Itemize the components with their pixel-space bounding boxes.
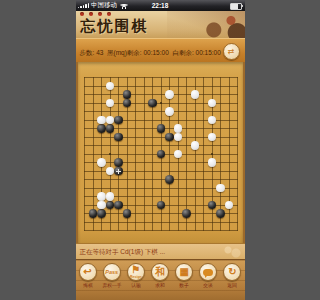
white-stone — [216, 184, 225, 193]
white-stone — [106, 99, 115, 108]
star-point — [211, 153, 213, 155]
chat-button[interactable]: 交谈 — [197, 263, 220, 300]
grid-line-v — [186, 77, 187, 231]
white-stone — [225, 201, 234, 210]
white-stone — [97, 201, 106, 210]
white-stone — [106, 116, 115, 125]
grid-line-v — [203, 77, 204, 231]
black-stone — [216, 209, 225, 218]
bottom-toolbar: ↩悔棋Pass弃权一手⚑Resign认输和求和▦数子交谈↻返回 — [76, 259, 245, 300]
white-stone — [191, 90, 200, 99]
black-stone — [114, 133, 123, 142]
status-bar: 中国移动 22:18 — [76, 0, 245, 11]
back-button[interactable]: ↻返回 — [221, 263, 244, 300]
white-stone — [208, 116, 217, 125]
white-stone — [191, 141, 200, 150]
black-stone — [97, 124, 106, 133]
grid-line-h — [84, 188, 238, 189]
variation-branch-button[interactable]: ⇄ — [223, 43, 240, 60]
app-screen: 中国移动 22:18 忘忧围棋 步数: 43 黑(mq)剩余: 00:15:00… — [76, 0, 245, 300]
pass-button[interactable]: Pass弃权一手 — [100, 263, 123, 300]
draw-he-icon: 和 — [151, 263, 169, 281]
white-stone — [208, 99, 217, 108]
moves-label: 步数: — [80, 49, 95, 56]
undo-arrow-icon: ↩ — [79, 263, 97, 281]
black-stone — [208, 201, 217, 210]
white-stone — [174, 133, 183, 142]
waiting-message: 正在等待对手 Cd(1级) 下棋 ... — [80, 248, 166, 257]
black-stone — [89, 209, 98, 218]
battery-icon — [230, 3, 242, 10]
black-stone — [123, 90, 132, 99]
black-stone — [114, 158, 123, 167]
white-stone — [106, 192, 115, 201]
resign-button[interactable]: ⚑Resign认输 — [124, 263, 147, 300]
undo-button-label: 悔棋 — [83, 282, 93, 288]
white-stone — [106, 167, 115, 176]
star-point — [109, 153, 111, 155]
draw-button-label: 求和 — [155, 282, 165, 288]
black-stone — [148, 99, 157, 108]
black-stone — [106, 124, 115, 133]
black-stone — [123, 209, 132, 218]
white-stone — [165, 90, 174, 99]
black-stone — [97, 209, 106, 218]
white-stone — [106, 82, 115, 91]
black-stone — [114, 201, 123, 210]
pass-button-label: 弃权一手 — [102, 282, 121, 288]
black-stone — [157, 124, 166, 133]
go-board[interactable] — [76, 62, 245, 243]
white-stone — [174, 124, 183, 133]
black-stone — [182, 209, 191, 218]
turn-status-bar: 正在等待对手 Cd(1级) 下棋 ... — [76, 243, 245, 260]
status-clock: 22:18 — [76, 2, 245, 9]
resign-flag-icon: ⚑Resign — [127, 263, 145, 281]
title-banner: 忘忧围棋 — [76, 11, 245, 39]
black-stone — [157, 150, 166, 159]
black-time-label: 黑(mq)剩余: — [107, 49, 142, 56]
white-stone — [165, 107, 174, 116]
count-button-label: 数子 — [179, 282, 189, 288]
grid-line-v — [169, 77, 170, 231]
black-stone — [157, 201, 166, 210]
black-time-value: 00:15:00 — [143, 49, 168, 56]
black-stone — [106, 201, 115, 210]
white-stone — [97, 158, 106, 167]
grid-line-v — [220, 77, 221, 231]
app-title: 忘忧围棋 — [81, 17, 149, 36]
lantern-icons — [80, 12, 111, 16]
grid-line-h — [84, 213, 238, 214]
star-point — [160, 102, 162, 104]
count-grid-icon: ▦ — [175, 263, 193, 281]
grid-line-h — [84, 179, 238, 180]
grid-line-v — [195, 77, 196, 231]
black-stone — [114, 116, 123, 125]
chat-button-label: 交谈 — [204, 282, 214, 288]
game-info-bar: 步数: 43 黑(mq)剩余: 00:15:00 白剩余: 00:15:00 ⇄ — [76, 38, 245, 63]
black-stone — [165, 133, 174, 142]
back-button-label: 返回 — [228, 282, 238, 288]
white-stone — [97, 192, 106, 201]
resign-button-label: 认输 — [131, 282, 141, 288]
pass-text-icon: Pass — [103, 263, 121, 281]
grid-line-h — [84, 222, 238, 223]
white-stone — [97, 116, 106, 125]
draw-button[interactable]: 和求和 — [148, 263, 171, 300]
game-info-text: 步数: 43 黑(mq)剩余: 00:15:00 白剩余: 00:15:00 — [80, 49, 221, 58]
grid-line-h — [84, 230, 238, 231]
painting-decoration — [167, 11, 245, 38]
white-time-label: 白剩余: — [172, 49, 193, 56]
return-arrow-icon: ↻ — [223, 263, 241, 281]
black-stone — [123, 99, 132, 108]
black-stone — [165, 175, 174, 184]
undo-button[interactable]: ↩悔棋 — [76, 263, 99, 300]
white-stone — [208, 133, 217, 142]
grid-line-v — [237, 77, 238, 231]
moves-value: 43 — [96, 49, 103, 56]
chat-bubble-icon — [199, 263, 217, 281]
count-button[interactable]: ▦数子 — [173, 263, 196, 300]
white-stone — [208, 158, 217, 167]
white-time-value: 00:15:00 — [196, 49, 221, 56]
white-stone — [174, 150, 183, 159]
